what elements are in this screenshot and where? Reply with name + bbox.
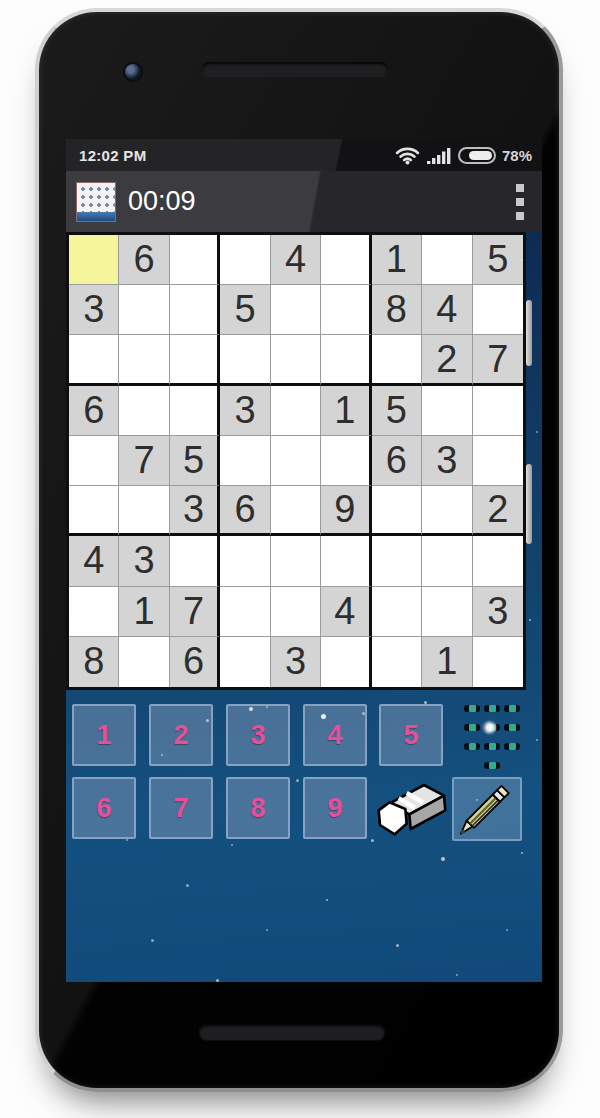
cell-r2c7[interactable]: 8 bbox=[372, 285, 422, 335]
dialpad-icon bbox=[464, 705, 480, 712]
status-time: 12:02 PM bbox=[79, 147, 146, 164]
cell-r6c7[interactable] bbox=[372, 486, 422, 536]
cell-r5c2[interactable]: 7 bbox=[119, 436, 169, 486]
cell-r8c4[interactable] bbox=[220, 587, 270, 637]
cell-r2c8[interactable]: 4 bbox=[422, 285, 472, 335]
cell-r7c8[interactable] bbox=[422, 536, 472, 586]
cell-r2c5[interactable] bbox=[271, 285, 321, 335]
battery-icon bbox=[458, 147, 496, 164]
cell-r8c8[interactable] bbox=[422, 587, 472, 637]
digit-button-9[interactable]: 9 bbox=[303, 777, 367, 839]
digit-button-2[interactable]: 2 bbox=[149, 704, 213, 766]
pencil-button[interactable] bbox=[452, 777, 522, 841]
cell-r2c3[interactable] bbox=[170, 285, 220, 335]
cell-r6c6[interactable]: 9 bbox=[321, 486, 371, 536]
cell-r1c2[interactable]: 6 bbox=[119, 235, 169, 285]
cell-r8c1[interactable] bbox=[69, 587, 119, 637]
cell-r7c2[interactable]: 3 bbox=[119, 536, 169, 586]
cell-r3c1[interactable] bbox=[69, 335, 119, 385]
volume-button bbox=[526, 464, 532, 544]
cell-r2c4[interactable]: 5 bbox=[220, 285, 270, 335]
star-speck bbox=[296, 779, 299, 782]
cell-r9c7[interactable] bbox=[372, 637, 422, 687]
pencil-icon bbox=[458, 780, 516, 838]
eraser-icon bbox=[372, 771, 452, 847]
star-speck bbox=[231, 844, 233, 846]
cell-r8c3[interactable]: 7 bbox=[170, 587, 220, 637]
star-speck bbox=[266, 929, 268, 931]
front-camera bbox=[125, 64, 141, 80]
eraser-button[interactable] bbox=[372, 771, 452, 847]
star-speck bbox=[151, 939, 154, 942]
star-speck bbox=[326, 899, 328, 901]
cell-r1c6[interactable] bbox=[321, 235, 371, 285]
star-speck bbox=[529, 619, 531, 621]
cell-r1c1[interactable] bbox=[69, 235, 119, 285]
star-speck bbox=[186, 884, 189, 887]
digit-button-7[interactable]: 7 bbox=[149, 777, 213, 839]
cell-r8c6[interactable]: 4 bbox=[321, 587, 371, 637]
star-speck bbox=[521, 852, 523, 854]
cell-r9c1[interactable]: 8 bbox=[69, 637, 119, 687]
cell-r2c6[interactable] bbox=[321, 285, 371, 335]
app-bar: 00:09 bbox=[66, 171, 542, 232]
earpiece-speaker bbox=[202, 62, 388, 76]
power-button bbox=[526, 300, 532, 366]
cell-r7c4[interactable] bbox=[220, 536, 270, 586]
cell-r6c2[interactable] bbox=[119, 486, 169, 536]
cell-r5c8[interactable]: 3 bbox=[422, 436, 472, 486]
cell-r3c9[interactable]: 7 bbox=[473, 335, 523, 385]
game-timer: 00:09 bbox=[128, 186, 196, 217]
cell-r7c9[interactable] bbox=[473, 536, 523, 586]
star-speck bbox=[536, 431, 538, 433]
cell-r9c6[interactable] bbox=[321, 637, 371, 687]
cell-r4c2[interactable] bbox=[119, 386, 169, 436]
cell-r4c9[interactable] bbox=[473, 386, 523, 436]
cell-r9c8[interactable]: 1 bbox=[422, 637, 472, 687]
cell-r9c5[interactable]: 3 bbox=[271, 637, 321, 687]
cell-r3c5[interactable] bbox=[271, 335, 321, 385]
cell-r6c3[interactable]: 3 bbox=[170, 486, 220, 536]
bottom-speaker bbox=[199, 1024, 385, 1040]
cell-r3c4[interactable] bbox=[220, 335, 270, 385]
cell-r2c9[interactable] bbox=[473, 285, 523, 335]
cell-r8c9[interactable]: 3 bbox=[473, 587, 523, 637]
wifi-icon bbox=[395, 146, 420, 165]
dialpad-toggle-button[interactable] bbox=[464, 701, 520, 773]
status-bar: 12:02 PM bbox=[66, 139, 542, 171]
phone-frame: 12:02 PM bbox=[35, 8, 563, 1092]
cell-r8c5[interactable] bbox=[271, 587, 321, 637]
cell-r4c6[interactable]: 1 bbox=[321, 386, 371, 436]
star-speck bbox=[396, 944, 399, 947]
cell-r1c8[interactable] bbox=[422, 235, 472, 285]
cell-r1c3[interactable] bbox=[170, 235, 220, 285]
cell-r1c5[interactable]: 4 bbox=[271, 235, 321, 285]
cell-r4c5[interactable] bbox=[271, 386, 321, 436]
cell-r6c9[interactable]: 2 bbox=[473, 486, 523, 536]
digit-button-4[interactable]: 4 bbox=[303, 704, 367, 766]
digit-button-6[interactable]: 6 bbox=[72, 777, 136, 839]
overflow-menu-icon[interactable] bbox=[516, 184, 524, 220]
cell-r6c8[interactable] bbox=[422, 486, 472, 536]
screen: 12:02 PM bbox=[66, 139, 542, 982]
cell-r7c6[interactable] bbox=[321, 536, 371, 586]
digit-button-5[interactable]: 5 bbox=[379, 704, 443, 766]
sudoku-grid: 64153584276315756336924317438631 bbox=[66, 232, 526, 690]
star-speck bbox=[126, 839, 128, 841]
cell-r7c1[interactable]: 4 bbox=[69, 536, 119, 586]
cell-r9c3[interactable]: 6 bbox=[170, 637, 220, 687]
signal-icon bbox=[426, 146, 452, 165]
cell-r3c3[interactable] bbox=[170, 335, 220, 385]
cell-r9c2[interactable] bbox=[119, 637, 169, 687]
star-speck bbox=[456, 974, 458, 976]
sudoku-thumbnail-icon bbox=[76, 182, 116, 222]
cell-r3c6[interactable] bbox=[321, 335, 371, 385]
cell-r2c1[interactable]: 3 bbox=[69, 285, 119, 335]
cell-r7c7[interactable] bbox=[372, 536, 422, 586]
cell-r5c7[interactable]: 6 bbox=[372, 436, 422, 486]
cell-r6c4[interactable]: 6 bbox=[220, 486, 270, 536]
cell-r1c7[interactable]: 1 bbox=[372, 235, 422, 285]
cell-r9c4[interactable] bbox=[220, 637, 270, 687]
cell-r3c8[interactable]: 2 bbox=[422, 335, 472, 385]
cell-r5c3[interactable]: 5 bbox=[170, 436, 220, 486]
cell-r6c5[interactable] bbox=[271, 486, 321, 536]
cell-r3c2[interactable] bbox=[119, 335, 169, 385]
cell-r1c4[interactable] bbox=[220, 235, 270, 285]
cell-r3c7[interactable] bbox=[372, 335, 422, 385]
star-speck bbox=[216, 979, 219, 982]
cell-r5c6[interactable] bbox=[321, 436, 371, 486]
cell-r7c5[interactable] bbox=[271, 536, 321, 586]
cell-r9c9[interactable] bbox=[473, 637, 523, 687]
star-speck bbox=[536, 739, 538, 741]
cell-r1c9[interactable]: 5 bbox=[473, 235, 523, 285]
cell-r5c4[interactable] bbox=[220, 436, 270, 486]
cell-r4c3[interactable] bbox=[170, 386, 220, 436]
star-speck bbox=[441, 857, 445, 861]
cell-r8c2[interactable]: 1 bbox=[119, 587, 169, 637]
digit-button-8[interactable]: 8 bbox=[226, 777, 290, 839]
cell-r8c7[interactable] bbox=[372, 587, 422, 637]
digit-button-3[interactable]: 3 bbox=[226, 704, 290, 766]
cell-r5c5[interactable] bbox=[271, 436, 321, 486]
cell-r6c1[interactable] bbox=[69, 486, 119, 536]
digit-button-1[interactable]: 1 bbox=[72, 704, 136, 766]
cell-r7c3[interactable] bbox=[170, 536, 220, 586]
cell-r4c1[interactable]: 6 bbox=[69, 386, 119, 436]
cell-r2c2[interactable] bbox=[119, 285, 169, 335]
cell-r5c9[interactable] bbox=[473, 436, 523, 486]
star-speck bbox=[506, 929, 508, 931]
cell-r5c1[interactable] bbox=[69, 436, 119, 486]
cell-r4c7[interactable]: 5 bbox=[372, 386, 422, 436]
cell-r4c8[interactable] bbox=[422, 386, 472, 436]
battery-percent: 78% bbox=[502, 147, 532, 164]
cell-r4c4[interactable]: 3 bbox=[220, 386, 270, 436]
page: 12:02 PM bbox=[0, 0, 600, 1118]
